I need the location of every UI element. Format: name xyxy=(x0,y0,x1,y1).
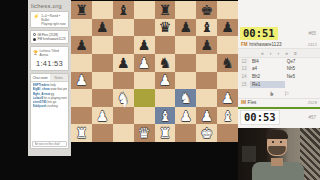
white-bishop-e2[interactable]: ♝ xyxy=(159,109,172,123)
white-color-icon xyxy=(33,33,36,36)
black-bishop-g7: ♝ xyxy=(200,20,213,34)
white-player-panel-row[interactable]: IM Fles 2528 xyxy=(238,98,320,106)
white-pawn-a4[interactable]: ♟ xyxy=(75,73,88,87)
black-pawn-b7: ♟ xyxy=(96,20,109,34)
streamer-hair xyxy=(266,130,288,139)
game-mode-label: 1+0 • Rated • Bullet xyxy=(41,14,60,22)
white-pawn-g2[interactable]: ♟ xyxy=(200,109,213,123)
square-e5[interactable]: ♞ xyxy=(155,54,176,72)
trophy-icon: 🏆 xyxy=(33,50,38,55)
square-d7[interactable] xyxy=(134,19,155,37)
white-pawn-d5[interactable]: ♟ xyxy=(138,56,151,70)
square-d3[interactable] xyxy=(134,89,155,107)
white-pawn-e4[interactable]: ♟ xyxy=(159,73,172,87)
black-player-panel-row[interactable]: FM hrishaware1123 2421 xyxy=(238,41,320,48)
black-pawn-d6: ♟ xyxy=(138,38,151,52)
square-e3[interactable] xyxy=(155,89,176,107)
black-queen-e7: ♛ xyxy=(159,20,172,34)
move-row: 15Re1 xyxy=(238,81,320,89)
square-f8[interactable] xyxy=(175,1,196,19)
black-pawn-c5: ♟ xyxy=(117,56,130,70)
square-a3[interactable] xyxy=(71,89,92,107)
black-knight-h5: ♞ xyxy=(221,56,234,70)
white-arena-rank: #57 xyxy=(308,115,318,120)
black-rook-a8: ♜ xyxy=(75,3,88,17)
square-e2[interactable]: ♝ xyxy=(155,107,176,125)
move-white[interactable]: Bh2 xyxy=(250,73,285,81)
white-rating: 2528 xyxy=(308,100,317,105)
square-c4[interactable] xyxy=(113,72,134,90)
lichess-sidebar: lichess.org ⚡ 1+0 • Rated • Bullet Playi… xyxy=(28,0,71,156)
square-d6[interactable]: ♟ xyxy=(134,36,155,54)
first-move-icon[interactable]: « xyxy=(261,50,264,56)
square-a5[interactable] xyxy=(71,54,92,72)
white-queen-d1[interactable]: ♛ xyxy=(138,126,151,140)
streamer-neck xyxy=(271,158,283,166)
players-card: IM Fles (2528) FM hrishaware1123 (2421) xyxy=(30,30,69,44)
chat-card: Chat room Notes SNPTraders holyBigBl_sho… xyxy=(30,73,69,149)
square-a4[interactable]: ♟ xyxy=(71,72,92,90)
prev-move-icon[interactable]: ‹ xyxy=(270,50,272,56)
move-black[interactable]: Qe7 xyxy=(285,58,320,66)
white-bishop-h2[interactable]: ♝ xyxy=(221,109,234,123)
square-a6[interactable]: ♟ xyxy=(71,36,92,54)
white-title-badge: IM xyxy=(241,100,246,105)
square-h7[interactable]: ♟ xyxy=(217,19,238,37)
square-a8[interactable]: ♜ xyxy=(71,1,92,19)
square-c7[interactable] xyxy=(113,19,134,37)
move-number: 14 xyxy=(238,73,250,81)
black-rating: 2421 xyxy=(308,42,317,47)
square-b6[interactable] xyxy=(92,36,113,54)
square-g8[interactable]: ♚ xyxy=(196,1,217,19)
square-b1[interactable] xyxy=(92,124,113,142)
square-f6[interactable] xyxy=(175,36,196,54)
square-d4[interactable] xyxy=(134,72,155,90)
white-pawn-h3[interactable]: ♟ xyxy=(221,91,234,105)
chat-message-list[interactable]: SNPTraders holyBigBl_show wow that premo… xyxy=(31,82,68,140)
white-rook-e1[interactable]: ♜ xyxy=(159,126,172,140)
square-b5[interactable] xyxy=(92,54,113,72)
black-title-badge: FM xyxy=(241,42,248,47)
black-pawn-a6: ♟ xyxy=(75,38,88,52)
black-player-row[interactable]: FM hrishaware1123 (2421) xyxy=(33,37,66,42)
stream-frame: lichess.org ⚡ 1+0 • Rated • Bullet Playi… xyxy=(0,0,320,180)
white-clock: 00:53 xyxy=(240,110,280,125)
thumbs-up-icon[interactable]: ☛ xyxy=(268,91,275,96)
square-f2[interactable]: ♟ xyxy=(175,107,196,125)
webcam-feed xyxy=(238,128,320,180)
chess-board: ♜♝♜♚♟♛♟♝♟♟♟♟♟♟♞♞♟♟♞♞♟♟♝♟♟♝♜♛♜♚ xyxy=(71,1,238,142)
square-h3[interactable]: ♟ xyxy=(217,89,238,107)
move-white[interactable]: Bf4 xyxy=(250,58,285,66)
square-h6[interactable] xyxy=(217,36,238,54)
move-list: 12Bf4Qe713a4Nh514Bh2Ne515Re1 xyxy=(238,58,320,88)
flag-icon[interactable]: ⚐ xyxy=(284,90,289,97)
black-arena-rank: #65 xyxy=(308,31,318,36)
move-row: 12Bf4Qe7 xyxy=(238,58,320,66)
square-c2[interactable] xyxy=(113,107,134,125)
square-e1[interactable]: ♜ xyxy=(155,124,176,142)
move-black[interactable] xyxy=(285,81,320,89)
background-monitor xyxy=(242,146,256,162)
tournament-name: Lichess Titled Arena xyxy=(40,49,67,57)
square-g5[interactable] xyxy=(196,54,217,72)
move-black[interactable]: Nh5 xyxy=(285,66,320,74)
move-number: 12 xyxy=(238,58,250,66)
chat-message: Siddyurd crushing xyxy=(33,104,67,108)
square-c5[interactable]: ♟ xyxy=(113,54,134,72)
move-white[interactable]: Re1 xyxy=(250,81,285,89)
white-king-g1[interactable]: ♚ xyxy=(200,126,213,140)
square-h5[interactable]: ♞ xyxy=(217,54,238,72)
square-a2[interactable] xyxy=(71,107,92,125)
black-bishop-c8: ♝ xyxy=(117,3,130,17)
last-move-icon[interactable]: » xyxy=(285,50,288,56)
move-nav-bar: «‹›»≡ xyxy=(238,48,320,58)
lichess-logo[interactable]: lichess.org xyxy=(30,1,69,11)
game-side-panel: 00:51 #65 FM hrishaware1123 2421 «‹›»≡ 1… xyxy=(238,0,320,180)
square-b4[interactable] xyxy=(92,72,113,90)
square-c8[interactable]: ♝ xyxy=(113,1,134,19)
square-a7[interactable] xyxy=(71,19,92,37)
white-rook-a1[interactable]: ♜ xyxy=(75,126,88,140)
white-pawn-b2[interactable]: ♟ xyxy=(96,109,109,123)
move-row: 14Bh2Ne5 xyxy=(238,73,320,81)
square-g2[interactable]: ♟ xyxy=(196,107,217,125)
black-knight-e5: ♞ xyxy=(159,56,172,70)
tournament-card[interactable]: 🏆 Lichess Titled Arena 1:41:53 xyxy=(30,46,69,71)
black-rook-e8: ♜ xyxy=(159,3,172,17)
move-white[interactable]: a4 xyxy=(250,66,285,74)
square-e4[interactable]: ♟ xyxy=(155,72,176,90)
square-f3[interactable]: ♞ xyxy=(175,89,196,107)
tab-chat-room[interactable]: Chat room xyxy=(31,74,50,81)
tournament-countdown: 1:41:53 xyxy=(33,57,66,69)
square-d1[interactable]: ♛ xyxy=(134,124,155,142)
square-g6[interactable]: ♟ xyxy=(196,36,217,54)
square-g1[interactable]: ♚ xyxy=(196,124,217,142)
square-f5[interactable] xyxy=(175,54,196,72)
square-f4[interactable] xyxy=(175,72,196,90)
black-pawn-h7: ♟ xyxy=(221,20,234,34)
square-h2[interactable]: ♝ xyxy=(217,107,238,125)
square-c6[interactable] xyxy=(113,36,134,54)
square-e7[interactable]: ♛ xyxy=(155,19,176,37)
black-pawn-f7: ♟ xyxy=(180,20,193,34)
square-b8[interactable] xyxy=(92,1,113,19)
white-name: Fles xyxy=(248,100,257,105)
black-pawn-g6: ♟ xyxy=(200,38,213,52)
tab-notes[interactable]: Notes xyxy=(50,74,69,81)
square-h4[interactable] xyxy=(217,72,238,90)
lightning-icon: ⚡ xyxy=(33,14,39,26)
square-d5[interactable]: ♟ xyxy=(134,54,155,72)
move-number: 13 xyxy=(238,66,250,74)
black-color-icon xyxy=(33,38,36,41)
square-h8[interactable] xyxy=(217,1,238,19)
square-c1[interactable] xyxy=(113,124,134,142)
square-a1[interactable]: ♜ xyxy=(71,124,92,142)
black-player-label: FM hrishaware1123 (2421) xyxy=(38,37,67,42)
white-pawn-f2[interactable]: ♟ xyxy=(180,109,193,123)
square-e6[interactable] xyxy=(155,36,176,54)
game-status-label: Playing right now xyxy=(41,22,65,26)
square-e8[interactable]: ♜ xyxy=(155,1,176,19)
menu-icon[interactable]: ≡ xyxy=(294,50,297,56)
square-g7[interactable]: ♝ xyxy=(196,19,217,37)
chat-input[interactable] xyxy=(32,141,67,147)
game-info-card: ⚡ 1+0 • Rated • Bullet Playing right now xyxy=(30,11,69,28)
square-b2[interactable]: ♟ xyxy=(92,107,113,125)
next-move-icon[interactable]: › xyxy=(278,50,280,56)
black-king-g8: ♚ xyxy=(200,3,213,17)
square-g4[interactable] xyxy=(196,72,217,90)
move-number: 15 xyxy=(238,81,250,89)
square-b7[interactable]: ♟ xyxy=(92,19,113,37)
move-row: 13a4Nh5 xyxy=(238,66,320,74)
square-g3[interactable] xyxy=(196,89,217,107)
square-h1[interactable] xyxy=(217,124,238,142)
square-f1[interactable] xyxy=(175,124,196,142)
square-d2[interactable] xyxy=(134,107,155,125)
square-f7[interactable]: ♟ xyxy=(175,19,196,37)
square-d8[interactable] xyxy=(134,1,155,19)
white-knight-f3[interactable]: ♞ xyxy=(180,91,193,105)
move-black[interactable]: Ne5 xyxy=(285,73,320,81)
black-name: hrishaware1123 xyxy=(249,42,281,47)
square-b3[interactable] xyxy=(92,89,113,107)
black-clock: 00:51 xyxy=(240,27,278,40)
